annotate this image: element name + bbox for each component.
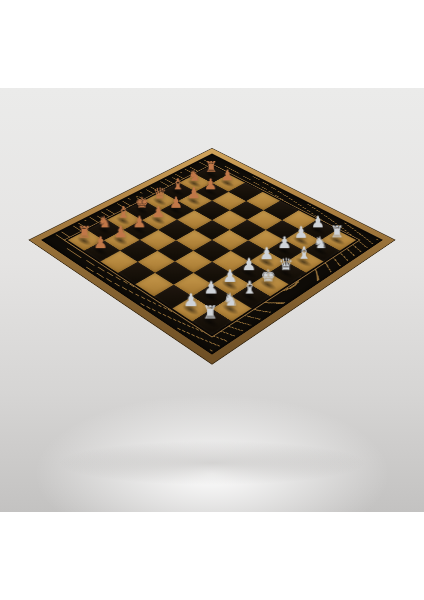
silver-rook: ♜	[177, 304, 244, 322]
chess-box: ♜♟♟♜♞♟♟♞♝♟♟♝♛♟♟♛♚♟♟♚♝♟♟♝♞♟♟♞♜♟♟♜	[28, 148, 396, 365]
board-top: ♜♟♟♜♞♟♟♞♝♟♟♝♛♟♟♛♚♟♟♚♝♟♟♝♞♟♟♞♜♟♟♜	[28, 148, 396, 365]
scene: ♜♟♟♜♞♟♟♞♝♟♟♝♛♟♟♛♚♟♟♚♝♟♟♝♞♟♟♞♜♟♟♜	[0, 88, 424, 512]
photo-background: ♜♟♟♜♞♟♟♞♝♟♟♝♛♟♟♛♚♟♟♚♝♟♟♝♞♟♟♞♜♟♟♜	[0, 88, 424, 512]
copper-pawn: ♟	[71, 235, 132, 251]
product-photo: ♜♟♟♜♞♟♟♞♝♟♟♝♛♟♟♛♚♟♟♚♝♟♟♝♞♟♟♞♜♟♟♜	[0, 0, 424, 600]
